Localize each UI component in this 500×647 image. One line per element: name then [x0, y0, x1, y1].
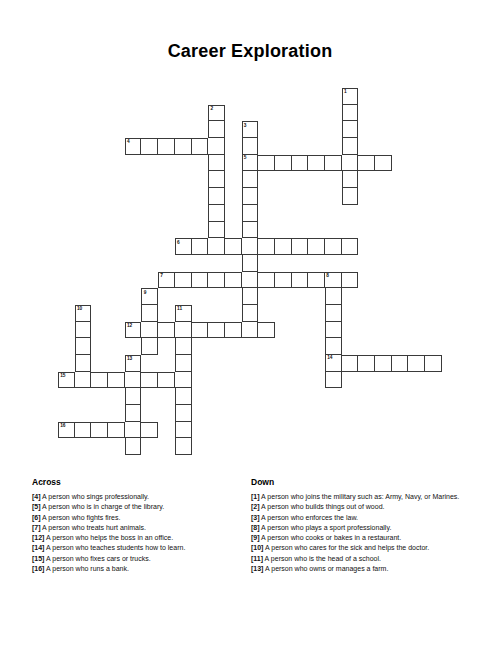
grid-cell-r5c9[interactable] [208, 171, 225, 188]
grid-cell-r14c9[interactable] [208, 322, 225, 339]
grid-cell-r16c21[interactable] [408, 355, 425, 372]
grid-cell-r16c19[interactable] [375, 355, 392, 372]
grid-cell-r9c17[interactable] [342, 238, 359, 255]
clue-number: [1] [251, 493, 260, 500]
grid-cell-r4c11[interactable]: 5 [242, 155, 259, 172]
grid-cell-r4c16[interactable] [325, 155, 342, 172]
grid-cell-r13c11[interactable] [242, 305, 259, 322]
grid-cell-r3c6[interactable] [158, 138, 175, 155]
grid-cell-r14c1[interactable] [75, 322, 92, 339]
grid-cell-r14c11[interactable] [242, 322, 259, 339]
clue-number: [14] [32, 544, 44, 551]
grid-cell-r11c6[interactable]: 7 [158, 272, 175, 289]
cell-number-2: 2 [210, 106, 213, 111]
grid-cell-r11c10[interactable] [225, 272, 242, 289]
grid-cell-r3c9[interactable] [208, 138, 225, 155]
cell-number-5: 5 [244, 155, 247, 160]
grid-cell-r14c10[interactable] [225, 322, 242, 339]
cell-number-16: 16 [60, 423, 65, 428]
grid-cell-r7c11[interactable] [242, 205, 259, 222]
grid-cell-r16c20[interactable] [392, 355, 409, 372]
grid-cell-r14c8[interactable] [192, 322, 209, 339]
clue-across-6: [6] A person who fights fires. [32, 513, 237, 523]
grid-cell-r12c16[interactable] [325, 288, 342, 305]
clue-number: [8] [251, 524, 260, 531]
grid-cell-r6c9[interactable] [208, 188, 225, 205]
across-clues-section: Across [4] A person who sings profession… [32, 477, 237, 574]
grid-cell-r3c8[interactable] [192, 138, 209, 155]
grid-cell-r15c16[interactable] [325, 338, 342, 355]
clue-number: [9] [251, 534, 260, 541]
clue-across-14: [14] A person who teaches students how t… [32, 543, 237, 553]
cell-number-8: 8 [326, 273, 329, 278]
grid-cell-r17c5[interactable] [141, 372, 158, 389]
clue-down-10: [10] A person who cares for the sick and… [251, 543, 466, 553]
grid-cell-r16c16[interactable]: 14 [325, 355, 342, 372]
down-header: Down [251, 477, 466, 487]
grid-cell-r4c19[interactable] [375, 155, 392, 172]
grid-cell-r3c7[interactable] [175, 138, 192, 155]
grid-cell-r9c10[interactable] [225, 238, 242, 255]
grid-cell-r3c4[interactable]: 4 [125, 138, 142, 155]
grid-cell-r20c2[interactable] [91, 422, 108, 439]
grid-cell-r17c0[interactable]: 15 [58, 372, 75, 389]
grid-cell-r7c9[interactable] [208, 205, 225, 222]
grid-cell-r11c13[interactable] [275, 272, 292, 289]
clue-number: [16] [32, 565, 44, 572]
grid-cell-r19c7[interactable] [175, 405, 192, 422]
puzzle-page: Career Exploration 123456789101112131415… [0, 0, 500, 647]
cell-number-14: 14 [327, 355, 332, 360]
grid-cell-r11c12[interactable] [258, 272, 275, 289]
crossword-grid: 12345678910111213141516 [58, 88, 442, 455]
grid-cell-r17c1[interactable] [75, 372, 92, 389]
grid-cell-r18c7[interactable] [175, 388, 192, 405]
grid-cell-r11c8[interactable] [192, 272, 209, 289]
cell-number-15: 15 [60, 373, 65, 378]
grid-cell-r20c1[interactable] [75, 422, 92, 439]
cell-number-12: 12 [127, 323, 132, 328]
clue-down-13: [13] A person who owns or manages a farm… [251, 564, 466, 574]
puzzle-title: Career Exploration [0, 41, 500, 62]
grid-cell-r11c9[interactable] [208, 272, 225, 289]
grid-cell-r6c17[interactable] [342, 188, 359, 205]
grid-cell-r15c1[interactable] [75, 338, 92, 355]
grid-cell-r4c12[interactable] [258, 155, 275, 172]
grid-cell-r15c5[interactable] [141, 338, 158, 355]
grid-cell-r8c9[interactable] [208, 222, 225, 239]
clue-down-11: [11] A person who is the head of a schoo… [251, 554, 466, 564]
grid-cell-r16c17[interactable] [342, 355, 359, 372]
across-clue-list: [4] A person who sings professionally.[5… [32, 492, 237, 574]
grid-cell-r3c11[interactable] [242, 138, 259, 155]
clue-across-16: [16] A person who runs a bank. [32, 564, 237, 574]
grid-cell-r20c5[interactable] [141, 422, 158, 439]
grid-cell-r21c7[interactable] [175, 438, 192, 455]
grid-cell-r17c3[interactable] [108, 372, 125, 389]
clue-across-12: [12] A person who helps the boss in an o… [32, 533, 237, 543]
grid-cell-r16c7[interactable] [175, 355, 192, 372]
grid-cell-r15c7[interactable] [175, 338, 192, 355]
clue-down-1: [1] A person who joins the military such… [251, 492, 466, 502]
grid-cell-r13c16[interactable] [325, 305, 342, 322]
clue-number: [4] [32, 493, 41, 500]
grid-cell-r9c12[interactable] [258, 238, 275, 255]
grid-cell-r2c9[interactable] [208, 121, 225, 138]
grid-cell-r4c17[interactable] [342, 155, 359, 172]
clue-across-5: [5] A person who is in charge of the lib… [32, 502, 237, 512]
grid-cell-r17c4[interactable] [125, 372, 142, 389]
grid-cell-r13c1[interactable]: 10 [75, 305, 92, 322]
grid-cell-r20c0[interactable]: 16 [58, 422, 75, 439]
grid-cell-r12c11[interactable] [242, 288, 259, 305]
cell-number-4: 4 [127, 139, 130, 144]
grid-cell-r4c13[interactable] [275, 155, 292, 172]
grid-cell-r11c7[interactable] [175, 272, 192, 289]
grid-cell-r14c7[interactable] [175, 322, 192, 339]
grid-cell-r16c4[interactable]: 13 [125, 355, 142, 372]
grid-cell-r3c5[interactable] [141, 138, 158, 155]
grid-cell-r4c14[interactable] [292, 155, 309, 172]
grid-cell-r11c15[interactable] [308, 272, 325, 289]
grid-cell-r13c7[interactable]: 11 [175, 305, 192, 322]
cell-number-6: 6 [177, 240, 180, 245]
grid-cell-r9c16[interactable] [325, 238, 342, 255]
grid-cell-r17c6[interactable] [158, 372, 175, 389]
grid-cell-r14c12[interactable] [258, 322, 275, 339]
grid-cell-r3c17[interactable] [342, 138, 359, 155]
clue-number: [13] [251, 565, 263, 572]
grid-cell-r9c13[interactable] [275, 238, 292, 255]
grid-cell-r11c17[interactable] [342, 272, 359, 289]
grid-cell-r21c4[interactable] [125, 438, 142, 455]
grid-cell-r9c9[interactable] [208, 238, 225, 255]
grid-cell-r9c15[interactable] [308, 238, 325, 255]
grid-cell-r2c17[interactable] [342, 121, 359, 138]
grid-cell-r12c5[interactable]: 9 [141, 288, 158, 305]
clue-number: [15] [32, 555, 44, 562]
grid-cell-r10c11[interactable] [242, 255, 259, 272]
grid-cell-r14c5[interactable] [141, 322, 158, 339]
grid-cell-r20c7[interactable] [175, 422, 192, 439]
grid-cell-r9c14[interactable] [292, 238, 309, 255]
cell-number-1: 1 [344, 89, 347, 94]
grid-cell-r17c7[interactable] [175, 372, 192, 389]
grid-cell-r13c5[interactable] [141, 305, 158, 322]
grid-cell-r14c4[interactable]: 12 [125, 322, 142, 339]
clue-number: [6] [32, 514, 41, 521]
cell-number-3: 3 [244, 123, 247, 128]
grid-cell-r4c9[interactable] [208, 155, 225, 172]
grid-cell-r5c17[interactable] [342, 171, 359, 188]
clue-across-4: [4] A person who sings professionally. [32, 492, 237, 502]
clue-number: [3] [251, 514, 260, 521]
grid-cell-r11c14[interactable] [292, 272, 309, 289]
grid-cell-r1c9[interactable]: 2 [208, 105, 225, 122]
clue-down-8: [8] A person who plays a sport professio… [251, 523, 466, 533]
cell-number-11: 11 [177, 306, 182, 311]
grid-cell-r4c18[interactable] [358, 155, 375, 172]
grid-cell-r17c2[interactable] [91, 372, 108, 389]
grid-cell-r14c16[interactable] [325, 322, 342, 339]
grid-cell-r0c17[interactable]: 1 [342, 88, 359, 105]
grid-cell-r16c22[interactable] [425, 355, 442, 372]
grid-cell-r20c3[interactable] [108, 422, 125, 439]
cell-number-7: 7 [160, 273, 163, 278]
grid-cell-r14c6[interactable] [158, 322, 175, 339]
grid-cell-r18c4[interactable] [125, 388, 142, 405]
grid-cell-r9c8[interactable] [192, 238, 209, 255]
grid-cell-r8c11[interactable] [242, 222, 259, 239]
cell-number-9: 9 [144, 290, 147, 295]
clue-across-7: [7] A person who treats hurt animals. [32, 523, 237, 533]
clue-across-15: [15] A person who fixes cars or trucks. [32, 554, 237, 564]
grid-cell-r17c16[interactable] [325, 372, 342, 389]
grid-cell-r11c16[interactable]: 8 [325, 272, 342, 289]
down-clues-section: Down [1] A person who joins the military… [251, 477, 466, 574]
grid-cell-r20c4[interactable] [125, 422, 142, 439]
across-header: Across [32, 477, 237, 487]
grid-cell-r9c7[interactable]: 6 [175, 238, 192, 255]
grid-cell-r5c11[interactable] [242, 171, 259, 188]
grid-cell-r19c4[interactable] [125, 405, 142, 422]
clue-down-3: [3] A person who enforces the law. [251, 513, 466, 523]
clue-number: [2] [251, 503, 260, 510]
clue-down-2: [2] A person who builds things out of wo… [251, 502, 466, 512]
cell-number-10: 10 [77, 306, 82, 311]
grid-cell-r4c15[interactable] [308, 155, 325, 172]
clue-down-9: [9] A person who cooks or bakes in a res… [251, 533, 466, 543]
grid-cell-r9c11[interactable] [242, 238, 259, 255]
clue-number: [12] [32, 534, 44, 541]
grid-cell-r16c1[interactable] [75, 355, 92, 372]
grid-cell-r6c11[interactable] [242, 188, 259, 205]
clue-number: [10] [251, 544, 263, 551]
grid-cell-r2c11[interactable]: 3 [242, 121, 259, 138]
grid-cell-r16c18[interactable] [358, 355, 375, 372]
grid-cell-r1c17[interactable] [342, 105, 359, 122]
cell-number-13: 13 [127, 356, 132, 361]
grid-cell-r11c11[interactable] [242, 272, 259, 289]
down-clue-list: [1] A person who joins the military such… [251, 492, 466, 574]
clue-number: [11] [251, 555, 263, 562]
clue-number: [5] [32, 503, 41, 510]
clue-number: [7] [32, 524, 41, 531]
